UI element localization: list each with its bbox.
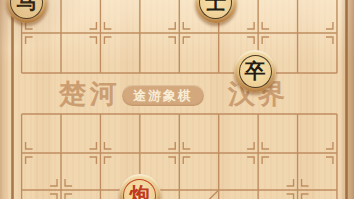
piece-glyph: 炮 <box>129 185 150 200</box>
river-label-chu-he: 楚河 <box>59 81 121 108</box>
piece-face: 士 <box>199 0 232 19</box>
piece-glyph: 马 <box>16 0 37 13</box>
piece-glyph: 士 <box>205 0 226 13</box>
piece-face: 卒 <box>239 55 272 88</box>
piece-black-soldier[interactable]: 卒 <box>234 50 276 92</box>
xiangqi-board: 楚河 汉界 途游象棋 马士卒炮 <box>0 0 354 199</box>
app-watermark-badge: 途游象棋 <box>122 85 204 106</box>
piece-face: 炮 <box>123 179 156 200</box>
piece-glyph: 卒 <box>245 61 266 82</box>
piece-face: 马 <box>10 0 43 19</box>
